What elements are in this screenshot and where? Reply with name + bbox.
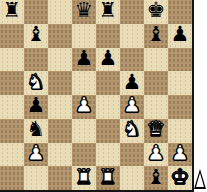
black-pawn-piece[interactable]: ♟ (27, 95, 46, 116)
square-g2[interactable]: ♟ (144, 143, 168, 167)
square-e3[interactable] (96, 119, 120, 143)
square-c7[interactable] (48, 24, 72, 48)
square-f4[interactable]: ♟ (120, 95, 144, 119)
white-king-piece[interactable]: ♚ (171, 167, 190, 188)
square-c5[interactable] (48, 71, 72, 95)
square-e8[interactable]: ♜ (96, 0, 120, 24)
white-pawn-piece[interactable]: ♟ (123, 95, 142, 116)
square-d1[interactable]: ♜ (72, 166, 96, 190)
square-a2[interactable] (0, 143, 24, 167)
black-rook-piece[interactable]: ♜ (99, 0, 118, 21)
square-d6[interactable]: ♟ (72, 48, 96, 72)
square-e6[interactable]: ♟ (96, 48, 120, 72)
black-pawn-piece[interactable]: ♟ (171, 24, 190, 45)
white-rook-piece[interactable]: ♜ (75, 167, 94, 188)
black-pawn-piece[interactable]: ♟ (99, 48, 118, 69)
square-h6[interactable] (168, 48, 192, 72)
square-c4[interactable] (48, 95, 72, 119)
chess-board: ♜♛♜♚♝♝♟♟♟♞♟♟♟♟♞♞♛♟♟♟♜♜♝♚ (0, 0, 194, 192)
white-rook-piece[interactable]: ♜ (99, 167, 118, 188)
square-g7[interactable]: ♝ (144, 24, 168, 48)
square-f2[interactable] (120, 143, 144, 167)
white-pawn-piece[interactable]: ♟ (147, 143, 166, 164)
square-d5[interactable] (72, 71, 96, 95)
white-knight-piece[interactable]: ♞ (123, 119, 142, 140)
square-f6[interactable] (120, 48, 144, 72)
black-pawn-piece[interactable]: ♟ (123, 72, 142, 93)
square-d4[interactable]: ♟ (72, 95, 96, 119)
square-d2[interactable] (72, 143, 96, 167)
square-a4[interactable] (0, 95, 24, 119)
square-b6[interactable] (24, 48, 48, 72)
square-c8[interactable] (48, 0, 72, 24)
square-g5[interactable] (144, 71, 168, 95)
square-d7[interactable] (72, 24, 96, 48)
square-c3[interactable] (48, 119, 72, 143)
square-a3[interactable] (0, 119, 24, 143)
square-b7[interactable]: ♝ (24, 24, 48, 48)
square-b8[interactable] (24, 0, 48, 24)
white-pawn-piece[interactable]: ♟ (75, 95, 94, 116)
right-margin (194, 0, 207, 192)
black-bishop-piece[interactable]: ♝ (147, 24, 166, 45)
white-knight-piece[interactable]: ♞ (27, 72, 46, 93)
square-f3[interactable]: ♞ (120, 119, 144, 143)
square-f8[interactable] (120, 0, 144, 24)
chess-app-window: ♜♛♜♚♝♝♟♟♟♞♟♟♟♟♞♞♛♟♟♟♜♜♝♚ (0, 0, 207, 192)
square-d8[interactable]: ♛ (72, 0, 96, 24)
square-h2[interactable]: ♟ (168, 143, 192, 167)
square-a1[interactable] (0, 166, 24, 190)
square-e7[interactable] (96, 24, 120, 48)
square-h3[interactable] (168, 119, 192, 143)
square-b5[interactable]: ♞ (24, 71, 48, 95)
square-b2[interactable]: ♟ (24, 143, 48, 167)
square-e2[interactable] (96, 143, 120, 167)
square-b1[interactable] (24, 166, 48, 190)
square-h7[interactable]: ♟ (168, 24, 192, 48)
square-e1[interactable]: ♜ (96, 166, 120, 190)
square-g4[interactable] (144, 95, 168, 119)
square-c2[interactable] (48, 143, 72, 167)
square-f7[interactable] (120, 24, 144, 48)
white-pawn-piece[interactable]: ♟ (27, 143, 46, 164)
square-e4[interactable] (96, 95, 120, 119)
white-to-move-indicator (194, 169, 206, 189)
black-rook-piece[interactable]: ♜ (3, 0, 22, 21)
black-bishop-piece[interactable]: ♝ (147, 167, 166, 188)
black-bishop-piece[interactable]: ♝ (27, 24, 46, 45)
square-g6[interactable] (144, 48, 168, 72)
square-b4[interactable]: ♟ (24, 95, 48, 119)
black-king-piece[interactable]: ♚ (147, 0, 166, 21)
square-g3[interactable]: ♛ (144, 119, 168, 143)
square-f1[interactable] (120, 166, 144, 190)
square-a6[interactable] (0, 48, 24, 72)
square-e5[interactable] (96, 71, 120, 95)
square-a5[interactable] (0, 71, 24, 95)
white-pawn-piece[interactable]: ♟ (171, 143, 190, 164)
white-queen-piece[interactable]: ♛ (147, 119, 166, 140)
black-pawn-piece[interactable]: ♟ (75, 48, 94, 69)
square-c6[interactable] (48, 48, 72, 72)
square-f5[interactable]: ♟ (120, 71, 144, 95)
square-d3[interactable] (72, 119, 96, 143)
square-g1[interactable]: ♝ (144, 166, 168, 190)
square-a7[interactable] (0, 24, 24, 48)
square-h5[interactable] (168, 71, 192, 95)
square-b3[interactable]: ♞ (24, 119, 48, 143)
square-h1[interactable]: ♚ (168, 166, 192, 190)
square-h8[interactable] (168, 0, 192, 24)
triangle-icon (196, 173, 204, 187)
square-c1[interactable] (48, 166, 72, 190)
square-h4[interactable] (168, 95, 192, 119)
square-a8[interactable]: ♜ (0, 0, 24, 24)
black-queen-piece[interactable]: ♛ (75, 0, 94, 21)
square-g8[interactable]: ♚ (144, 0, 168, 24)
black-knight-piece[interactable]: ♞ (27, 119, 46, 140)
